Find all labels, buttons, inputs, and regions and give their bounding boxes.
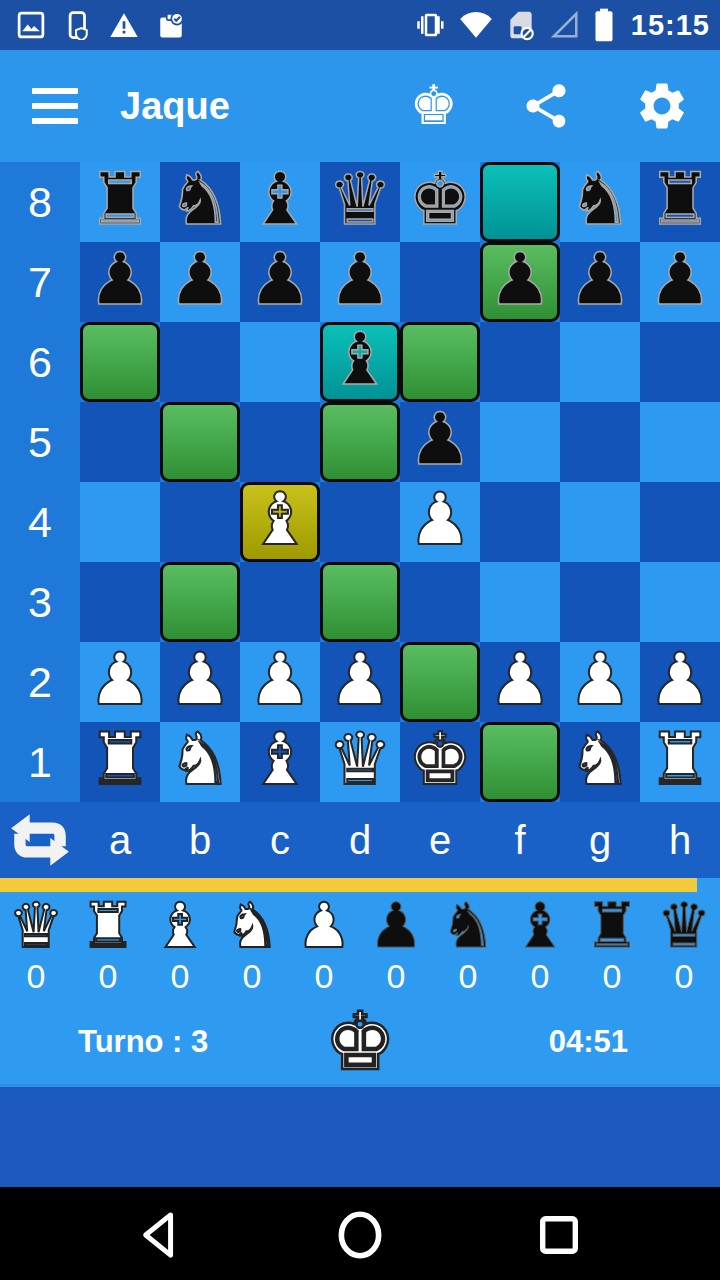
white-pawn-g2[interactable]: ♟	[568, 643, 633, 715]
file-label-e: e	[400, 818, 480, 863]
captured-black-knight: ♞0	[432, 892, 504, 999]
game-status-row: Turno : 3 ♚ 04:51	[0, 999, 720, 1084]
square-g6[interactable]	[560, 322, 640, 402]
clock-text: 15:15	[631, 9, 710, 42]
white-pawn-icon: ♟	[296, 892, 352, 958]
captured-white-bishop: ♝0	[144, 892, 216, 999]
battery-full-icon	[593, 8, 615, 42]
square-c4[interactable]: ♝	[240, 482, 320, 562]
captured-white-pawn: ♟0	[288, 892, 360, 999]
black-bishop-d6[interactable]: ♝	[328, 323, 393, 395]
captured-white-queen: ♛0	[0, 892, 72, 999]
black-rook-h8[interactable]: ♜	[648, 163, 713, 235]
bottom-spacer	[0, 1084, 720, 1187]
square-a1[interactable]: ♜	[80, 722, 160, 802]
black-queen-icon: ♛	[656, 892, 712, 958]
black-bishop-c8[interactable]: ♝	[248, 163, 313, 235]
square-a4[interactable]	[80, 482, 160, 562]
square-c2[interactable]: ♟	[240, 642, 320, 722]
chess-board: 8♜♞♝♛♚♞♜7♟♟♟♟♟♟♟6♝5♟4♝♟32♟♟♟♟♟♟♟1♜♞♝♛♚♞♜	[0, 162, 720, 802]
rank-label-8: 8	[0, 162, 80, 242]
captured-black-pawn: ♟0	[360, 892, 432, 999]
captured-count: 0	[243, 958, 262, 994]
black-pawn-e5[interactable]: ♟	[408, 403, 473, 475]
square-e2[interactable]	[400, 642, 480, 722]
black-knight-b8[interactable]: ♞	[168, 163, 233, 235]
file-label-b: b	[160, 818, 240, 863]
black-pawn-c7[interactable]: ♟	[248, 243, 313, 315]
white-knight-g1[interactable]: ♞	[568, 723, 633, 795]
square-h7[interactable]: ♟	[640, 242, 720, 322]
white-pawn-d2[interactable]: ♟	[328, 643, 393, 715]
square-c8[interactable]: ♝	[240, 162, 320, 242]
black-pawn-g7[interactable]: ♟	[568, 243, 633, 315]
square-c5[interactable]	[240, 402, 320, 482]
android-nav-bar	[0, 1187, 720, 1280]
square-c6[interactable]	[240, 322, 320, 402]
white-pawn-e4[interactable]: ♟	[408, 483, 473, 555]
black-king-e8[interactable]: ♚	[408, 163, 473, 235]
square-f8[interactable]	[480, 162, 560, 242]
white-rook-icon: ♜	[80, 892, 136, 958]
square-e6[interactable]	[400, 322, 480, 402]
square-a6[interactable]	[80, 322, 160, 402]
image-icon	[16, 10, 46, 40]
captured-count: 0	[27, 958, 46, 994]
flip-board-icon[interactable]	[0, 802, 80, 878]
sim-disabled-icon	[505, 9, 537, 41]
square-f4[interactable]	[480, 482, 560, 562]
side-to-move-king-icon: ♚	[324, 999, 396, 1084]
square-a8[interactable]: ♜	[80, 162, 160, 242]
square-e1[interactable]: ♚	[400, 722, 480, 802]
square-b8[interactable]: ♞	[160, 162, 240, 242]
white-queen-icon: ♛	[8, 892, 64, 958]
captured-count: 0	[387, 958, 406, 994]
white-pawn-b2[interactable]: ♟	[168, 643, 233, 715]
black-knight-g8[interactable]: ♞	[568, 163, 633, 235]
captured-pieces-tray: ♛0♜0♝0♞0♟0♟0♞0♝0♜0♛0	[0, 892, 720, 999]
square-a5[interactable]	[80, 402, 160, 482]
white-bishop-icon: ♝	[152, 892, 208, 958]
square-f2[interactable]: ♟	[480, 642, 560, 722]
black-pawn-b7[interactable]: ♟	[168, 243, 233, 315]
captured-black-bishop: ♝0	[504, 892, 576, 999]
back-icon[interactable]	[138, 1210, 184, 1260]
recents-icon[interactable]	[536, 1212, 582, 1258]
black-pawn-f7[interactable]: ♟	[488, 243, 553, 315]
app-bar: Jaque ♚	[0, 50, 720, 162]
game-timer: 04:51	[549, 1024, 628, 1060]
white-pawn-a2[interactable]: ♟	[88, 643, 153, 715]
captured-count: 0	[459, 958, 478, 994]
warning-icon	[108, 10, 140, 40]
white-queen-d1[interactable]: ♛	[328, 723, 393, 795]
file-label-a: a	[80, 818, 160, 863]
captured-count: 0	[531, 958, 550, 994]
square-g4[interactable]	[560, 482, 640, 562]
black-pawn-a7[interactable]: ♟	[88, 243, 153, 315]
app-screen: 15:15 Jaque ♚ 8♜♞♝♛♚♞♜7♟♟♟♟♟♟♟6♝5♟4♝♟32♟…	[0, 0, 720, 1280]
square-g8[interactable]: ♞	[560, 162, 640, 242]
square-f3[interactable]	[480, 562, 560, 642]
captured-white-rook: ♜0	[72, 892, 144, 999]
rank-label-4: 4	[0, 482, 80, 562]
black-rook-a8[interactable]: ♜	[88, 163, 153, 235]
files-row: abcdefgh	[0, 802, 720, 878]
rank-label-1: 1	[0, 722, 80, 802]
square-b6[interactable]	[160, 322, 240, 402]
square-h2[interactable]: ♟	[640, 642, 720, 722]
square-f6[interactable]	[480, 322, 560, 402]
rank-label-3: 3	[0, 562, 80, 642]
file-label-h: h	[640, 818, 720, 863]
rank-label-7: 7	[0, 242, 80, 322]
white-bishop-c1[interactable]: ♝	[248, 723, 313, 795]
square-h1[interactable]: ♜	[640, 722, 720, 802]
white-pawn-h2[interactable]: ♟	[648, 643, 713, 715]
share-icon[interactable]	[520, 80, 572, 132]
home-icon[interactable]	[334, 1209, 386, 1261]
square-a7[interactable]: ♟	[80, 242, 160, 322]
clipboard-check-icon	[156, 10, 186, 40]
square-d6[interactable]: ♝	[320, 322, 400, 402]
square-e4[interactable]: ♟	[400, 482, 480, 562]
square-b4[interactable]	[160, 482, 240, 562]
black-bishop-icon: ♝	[512, 892, 568, 958]
status-bar-notifications	[16, 10, 186, 40]
square-a2[interactable]: ♟	[80, 642, 160, 722]
black-pawn-d7[interactable]: ♟	[328, 243, 393, 315]
captured-count: 0	[603, 958, 622, 994]
square-f1[interactable]	[480, 722, 560, 802]
white-knight-icon: ♞	[224, 892, 280, 958]
file-label-f: f	[480, 818, 560, 863]
captured-white-knight: ♞0	[216, 892, 288, 999]
settings-gear-icon[interactable]	[634, 78, 690, 134]
menu-icon[interactable]	[32, 88, 78, 124]
captured-count: 0	[171, 958, 190, 994]
square-g1[interactable]: ♞	[560, 722, 640, 802]
black-pawn-h7[interactable]: ♟	[648, 243, 713, 315]
captured-black-queen: ♛0	[648, 892, 720, 999]
square-b7[interactable]: ♟	[160, 242, 240, 322]
square-f7[interactable]: ♟	[480, 242, 560, 322]
square-g5[interactable]	[560, 402, 640, 482]
square-h8[interactable]: ♜	[640, 162, 720, 242]
black-queen-d8[interactable]: ♛	[328, 163, 393, 235]
square-g2[interactable]: ♟	[560, 642, 640, 722]
square-b3[interactable]	[160, 562, 240, 642]
square-d2[interactable]: ♟	[320, 642, 400, 722]
wifi-icon	[459, 11, 493, 39]
king-icon[interactable]: ♚	[410, 79, 458, 133]
white-pawn-c2[interactable]: ♟	[248, 643, 313, 715]
square-b2[interactable]: ♟	[160, 642, 240, 722]
file-label-g: g	[560, 818, 640, 863]
captured-count: 0	[675, 958, 694, 994]
black-knight-icon: ♞	[440, 892, 496, 958]
white-bishop-c4[interactable]: ♝	[248, 483, 313, 555]
white-rook-a1[interactable]: ♜	[88, 723, 153, 795]
square-g3[interactable]	[560, 562, 640, 642]
square-b5[interactable]	[160, 402, 240, 482]
rank-label-2: 2	[0, 642, 80, 722]
square-d7[interactable]: ♟	[320, 242, 400, 322]
captured-count: 0	[99, 958, 118, 994]
square-d4[interactable]	[320, 482, 400, 562]
square-e7[interactable]	[400, 242, 480, 322]
square-d1[interactable]: ♛	[320, 722, 400, 802]
status-bar-system: 15:15	[415, 8, 710, 42]
square-f5[interactable]	[480, 402, 560, 482]
square-g7[interactable]: ♟	[560, 242, 640, 322]
file-label-c: c	[240, 818, 320, 863]
black-rook-icon: ♜	[584, 892, 640, 958]
file-labels: abcdefgh	[80, 818, 720, 863]
turn-counter: Turno : 3	[78, 1024, 208, 1060]
square-e3[interactable]	[400, 562, 480, 642]
square-d5[interactable]	[320, 402, 400, 482]
square-b1[interactable]: ♞	[160, 722, 240, 802]
square-h5[interactable]	[640, 402, 720, 482]
square-h3[interactable]	[640, 562, 720, 642]
phone-shield-icon	[62, 10, 92, 40]
square-d8[interactable]: ♛	[320, 162, 400, 242]
signal-empty-icon	[549, 10, 581, 40]
white-king-e1[interactable]: ♚	[408, 723, 473, 795]
captured-count: 0	[315, 958, 334, 994]
square-c3[interactable]	[240, 562, 320, 642]
square-a3[interactable]	[80, 562, 160, 642]
white-knight-b1[interactable]: ♞	[168, 723, 233, 795]
page-title: Jaque	[120, 85, 230, 128]
black-pawn-icon: ♟	[368, 892, 424, 958]
rank-label-6: 6	[0, 322, 80, 402]
square-h4[interactable]	[640, 482, 720, 562]
white-pawn-f2[interactable]: ♟	[488, 643, 553, 715]
captured-black-rook: ♜0	[576, 892, 648, 999]
square-c7[interactable]: ♟	[240, 242, 320, 322]
rank-label-5: 5	[0, 402, 80, 482]
file-label-d: d	[320, 818, 400, 863]
square-d3[interactable]	[320, 562, 400, 642]
vibrate-icon	[415, 10, 447, 40]
status-bar: 15:15	[0, 0, 720, 50]
square-e8[interactable]: ♚	[400, 162, 480, 242]
square-h6[interactable]	[640, 322, 720, 402]
square-c1[interactable]: ♝	[240, 722, 320, 802]
square-e5[interactable]: ♟	[400, 402, 480, 482]
white-rook-h1[interactable]: ♜	[648, 723, 713, 795]
